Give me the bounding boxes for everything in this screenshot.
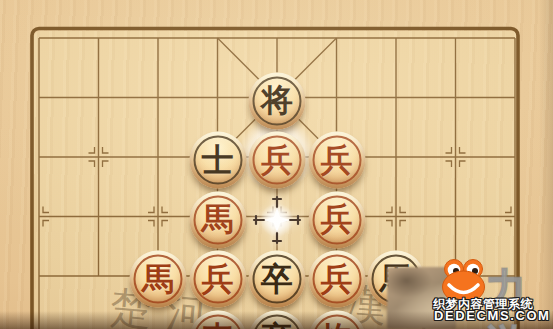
piece-character: 馬 <box>142 262 174 294</box>
piece-character: 兵 <box>202 262 234 294</box>
piece-black-卒[interactable]: 卒 <box>249 251 306 308</box>
piece-character: 馬 <box>202 203 234 235</box>
piece-character: 兵 <box>321 262 353 294</box>
piece-red-馬[interactable]: 馬 <box>189 191 246 248</box>
watermark-domain-text: DEDECMS.COM <box>434 308 551 323</box>
piece-character: 卒 <box>261 262 293 294</box>
piece-red-兵[interactable]: 兵 <box>308 132 365 189</box>
piece-character: 将 <box>261 84 293 116</box>
game-screen: 楚河 漢界 将士兵兵馬兵馬兵卒兵馬車卒炮 <box>0 0 553 329</box>
piece-red-馬[interactable]: 馬 <box>130 251 187 308</box>
piece-character: 卒 <box>261 322 293 329</box>
piece-character: 士 <box>202 143 234 175</box>
piece-character: 兵 <box>321 143 353 175</box>
piece-red-兵[interactable]: 兵 <box>308 191 365 248</box>
piece-character: 炮 <box>321 322 353 329</box>
reticle-icon <box>249 192 305 248</box>
piece-character: 兵 <box>321 203 353 235</box>
target-reticle-marker[interactable] <box>249 192 305 248</box>
piece-red-兵[interactable]: 兵 <box>249 132 306 189</box>
piece-character: 車 <box>202 322 234 329</box>
piece-black-士[interactable]: 士 <box>189 132 246 189</box>
piece-red-兵[interactable]: 兵 <box>308 251 365 308</box>
piece-red-兵[interactable]: 兵 <box>189 251 246 308</box>
piece-character: 兵 <box>261 143 293 175</box>
piece-black-将[interactable]: 将 <box>249 72 306 129</box>
